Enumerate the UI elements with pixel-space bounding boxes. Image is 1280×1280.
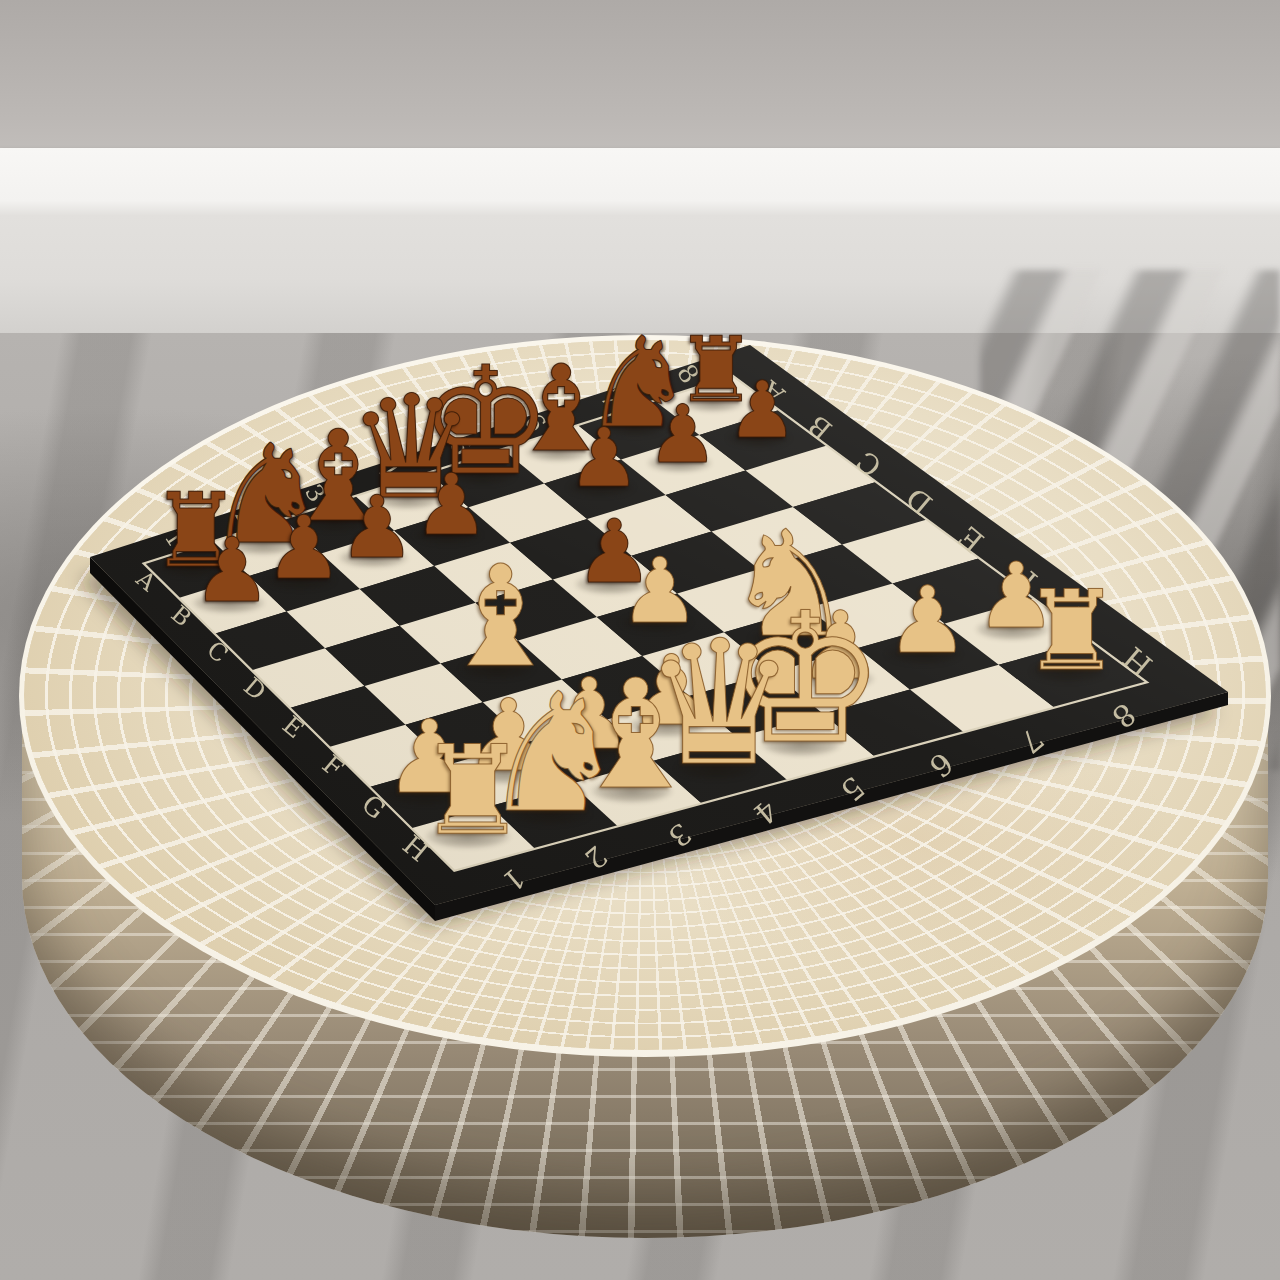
scene: AABBCCDDEEFFGGHH1122334455667788 ♜♞♟♝♟♚♟…	[0, 0, 1280, 1280]
board-sheen	[90, 345, 1228, 905]
chess-board: AABBCCDDEEFFGGHH1122334455667788	[0, 0, 1280, 1280]
